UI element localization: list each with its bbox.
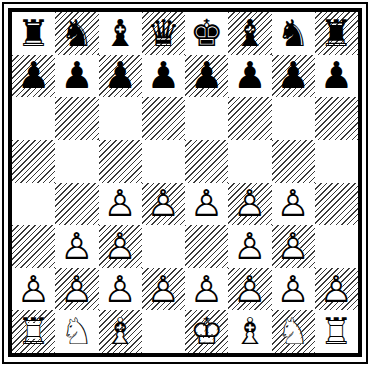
piece-black-pawn: ♟ [272, 55, 315, 98]
piece-outline-glyph: ♗ [99, 310, 142, 353]
piece-glyph: ♟ [142, 55, 185, 98]
piece-outline-glyph: ♙ [55, 268, 98, 311]
piece-glyph: ♟ [99, 55, 142, 98]
square-c8[interactable]: ♝ [99, 12, 142, 55]
piece-glyph: ♛ [142, 12, 185, 55]
square-e8[interactable]: ♚ [185, 12, 228, 55]
piece-outline-glyph: ♙ [99, 183, 142, 226]
piece-outline-glyph: ♙ [99, 268, 142, 311]
square-f7[interactable]: ♟ [228, 55, 271, 98]
piece-glyph: ♟ [55, 55, 98, 98]
piece-white-pawn: ♟♙ [185, 183, 228, 226]
piece-outline-glyph: ♙ [228, 225, 271, 268]
square-g4[interactable]: ♟♙ [272, 183, 315, 226]
square-g5[interactable] [272, 140, 315, 183]
piece-outline-glyph: ♘ [55, 310, 98, 353]
square-g8[interactable]: ♞ [272, 12, 315, 55]
square-h5[interactable] [315, 140, 358, 183]
piece-glyph: ♜ [315, 12, 358, 55]
square-b2[interactable]: ♟♙ [55, 268, 98, 311]
piece-glyph: ♚ [185, 12, 228, 55]
square-e2[interactable]: ♟♙ [185, 268, 228, 311]
square-e4[interactable]: ♟♙ [185, 183, 228, 226]
piece-black-rook: ♜ [12, 12, 55, 55]
square-c5[interactable] [99, 140, 142, 183]
square-c2[interactable]: ♟♙ [99, 268, 142, 311]
square-c3[interactable]: ♟♙ [99, 225, 142, 268]
square-c1[interactable]: ♝♗ [99, 310, 142, 353]
square-h2[interactable]: ♟♙ [315, 268, 358, 311]
chess-board: ♜♞♝♛♚♝♞♜♟♟♟♟♟♟♟♟♟♙♟♙♟♙♟♙♟♙♟♙♟♙♟♙♟♙♟♙♟♙♟♙… [12, 12, 358, 353]
piece-white-rook: ♜♖ [12, 310, 55, 353]
square-b1[interactable]: ♞♘ [55, 310, 98, 353]
piece-white-knight: ♞♘ [272, 310, 315, 353]
square-f1[interactable]: ♝♗ [228, 310, 271, 353]
piece-black-pawn: ♟ [12, 55, 55, 98]
piece-black-pawn: ♟ [228, 55, 271, 98]
piece-white-pawn: ♟♙ [142, 268, 185, 311]
piece-outline-glyph: ♙ [272, 225, 315, 268]
piece-outline-glyph: ♔ [185, 310, 228, 353]
piece-white-pawn: ♟♙ [142, 183, 185, 226]
square-c7[interactable]: ♟ [99, 55, 142, 98]
square-h6[interactable] [315, 97, 358, 140]
piece-white-bishop: ♝♗ [99, 310, 142, 353]
piece-glyph: ♝ [228, 12, 271, 55]
square-d7[interactable]: ♟ [142, 55, 185, 98]
piece-outline-glyph: ♙ [228, 183, 271, 226]
square-f8[interactable]: ♝ [228, 12, 271, 55]
square-g3[interactable]: ♟♙ [272, 225, 315, 268]
piece-outline-glyph: ♗ [228, 310, 271, 353]
piece-white-pawn: ♟♙ [272, 225, 315, 268]
piece-black-pawn: ♟ [55, 55, 98, 98]
piece-outline-glyph: ♖ [12, 310, 55, 353]
piece-black-queen: ♛ [142, 12, 185, 55]
square-f5[interactable] [228, 140, 271, 183]
piece-outline-glyph: ♙ [315, 268, 358, 311]
piece-black-pawn: ♟ [185, 55, 228, 98]
piece-white-pawn: ♟♙ [272, 268, 315, 311]
square-h8[interactable]: ♜ [315, 12, 358, 55]
piece-outline-glyph: ♙ [228, 268, 271, 311]
piece-outline-glyph: ♙ [185, 183, 228, 226]
square-e3[interactable] [185, 225, 228, 268]
square-e1[interactable]: ♚♔ [185, 310, 228, 353]
piece-outline-glyph: ♙ [12, 268, 55, 311]
piece-black-rook: ♜ [315, 12, 358, 55]
piece-white-pawn: ♟♙ [55, 268, 98, 311]
piece-black-pawn: ♟ [315, 55, 358, 98]
square-f6[interactable] [228, 97, 271, 140]
piece-white-pawn: ♟♙ [228, 268, 271, 311]
square-c4[interactable]: ♟♙ [99, 183, 142, 226]
piece-white-bishop: ♝♗ [228, 310, 271, 353]
square-a5[interactable] [12, 140, 55, 183]
square-a3[interactable] [12, 225, 55, 268]
square-d4[interactable]: ♟♙ [142, 183, 185, 226]
square-a2[interactable]: ♟♙ [12, 268, 55, 311]
square-a6[interactable] [12, 97, 55, 140]
piece-black-knight: ♞ [55, 12, 98, 55]
square-d3[interactable] [142, 225, 185, 268]
square-e7[interactable]: ♟ [185, 55, 228, 98]
square-g2[interactable]: ♟♙ [272, 268, 315, 311]
square-g7[interactable]: ♟ [272, 55, 315, 98]
piece-white-pawn: ♟♙ [228, 225, 271, 268]
square-a8[interactable]: ♜ [12, 12, 55, 55]
square-h7[interactable]: ♟ [315, 55, 358, 98]
piece-white-pawn: ♟♙ [272, 183, 315, 226]
piece-black-bishop: ♝ [228, 12, 271, 55]
piece-white-pawn: ♟♙ [315, 268, 358, 311]
square-e5[interactable] [185, 140, 228, 183]
square-b4[interactable] [55, 183, 98, 226]
piece-white-pawn: ♟♙ [185, 268, 228, 311]
piece-outline-glyph: ♖ [315, 310, 358, 353]
piece-glyph: ♞ [55, 12, 98, 55]
piece-white-pawn: ♟♙ [12, 268, 55, 311]
square-f2[interactable]: ♟♙ [228, 268, 271, 311]
square-f3[interactable]: ♟♙ [228, 225, 271, 268]
piece-black-bishop: ♝ [99, 12, 142, 55]
square-b7[interactable]: ♟ [55, 55, 98, 98]
piece-glyph: ♟ [272, 55, 315, 98]
square-b6[interactable] [55, 97, 98, 140]
piece-black-king: ♚ [185, 12, 228, 55]
piece-glyph: ♞ [272, 12, 315, 55]
piece-glyph: ♝ [99, 12, 142, 55]
square-d1[interactable] [142, 310, 185, 353]
square-g1[interactable]: ♞♘ [272, 310, 315, 353]
square-b5[interactable] [55, 140, 98, 183]
piece-glyph: ♟ [12, 55, 55, 98]
piece-white-pawn: ♟♙ [99, 268, 142, 311]
piece-outline-glyph: ♙ [272, 183, 315, 226]
square-c6[interactable] [99, 97, 142, 140]
square-d2[interactable]: ♟♙ [142, 268, 185, 311]
square-d8[interactable]: ♛ [142, 12, 185, 55]
piece-glyph: ♟ [228, 55, 271, 98]
square-g6[interactable] [272, 97, 315, 140]
piece-glyph: ♜ [12, 12, 55, 55]
piece-white-rook: ♜♖ [315, 310, 358, 353]
piece-black-pawn: ♟ [99, 55, 142, 98]
piece-white-king: ♚♔ [185, 310, 228, 353]
square-d5[interactable] [142, 140, 185, 183]
square-a4[interactable] [12, 183, 55, 226]
square-b3[interactable]: ♟♙ [55, 225, 98, 268]
square-h1[interactable]: ♜♖ [315, 310, 358, 353]
square-d6[interactable] [142, 97, 185, 140]
piece-outline-glyph: ♙ [142, 183, 185, 226]
piece-outline-glyph: ♙ [185, 268, 228, 311]
piece-white-knight: ♞♘ [55, 310, 98, 353]
square-b8[interactable]: ♞ [55, 12, 98, 55]
square-a1[interactable]: ♜♖ [12, 310, 55, 353]
piece-white-pawn: ♟♙ [99, 225, 142, 268]
piece-white-pawn: ♟♙ [228, 183, 271, 226]
chess-diagram: ♜♞♝♛♚♝♞♜♟♟♟♟♟♟♟♟♟♙♟♙♟♙♟♙♟♙♟♙♟♙♟♙♟♙♟♙♟♙♟♙… [0, 0, 376, 373]
square-a7[interactable]: ♟ [12, 55, 55, 98]
piece-outline-glyph: ♙ [142, 268, 185, 311]
piece-outline-glyph: ♘ [272, 310, 315, 353]
piece-black-knight: ♞ [272, 12, 315, 55]
square-f4[interactable]: ♟♙ [228, 183, 271, 226]
piece-outline-glyph: ♙ [99, 225, 142, 268]
piece-white-pawn: ♟♙ [99, 183, 142, 226]
piece-outline-glyph: ♙ [272, 268, 315, 311]
square-e6[interactable] [185, 97, 228, 140]
piece-black-pawn: ♟ [142, 55, 185, 98]
piece-outline-glyph: ♙ [55, 225, 98, 268]
piece-glyph: ♟ [315, 55, 358, 98]
square-h4[interactable] [315, 183, 358, 226]
square-h3[interactable] [315, 225, 358, 268]
piece-glyph: ♟ [185, 55, 228, 98]
piece-white-pawn: ♟♙ [55, 225, 98, 268]
